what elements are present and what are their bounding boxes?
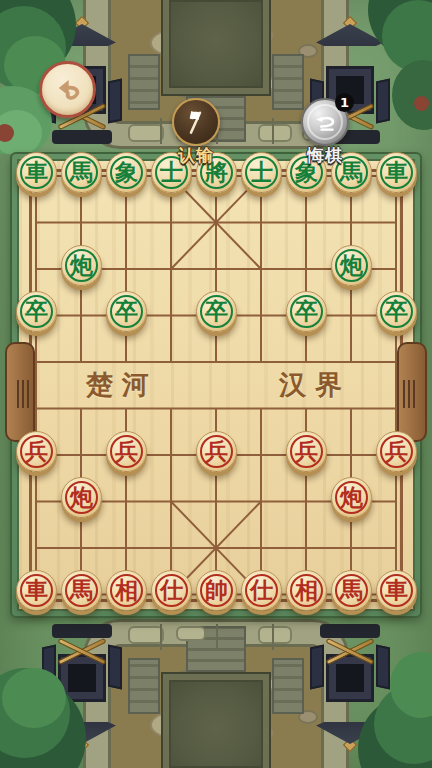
piece-glyph: 象 [115,161,138,184]
wall-seam [216,624,218,650]
piece-glyph: 車 [25,579,48,602]
green-piece-卒[interactable]: 卒 [16,291,57,332]
piece-glyph: 車 [25,161,48,184]
green-piece-卒[interactable]: 卒 [106,291,147,332]
piece-glyph: 士 [250,161,273,184]
red-piece-兵[interactable]: 兵 [196,431,237,472]
red-piece-兵[interactable]: 兵 [376,431,417,472]
green-piece-卒[interactable]: 卒 [196,291,237,332]
gate-door-panel [163,674,269,768]
green-piece-士[interactable]: 士 [241,152,282,193]
green-piece-卒[interactable]: 卒 [376,291,417,332]
red-piece-馬[interactable]: 馬 [61,570,102,611]
green-piece-車[interactable]: 車 [376,152,417,193]
bush [392,60,432,130]
bottom-scenery [0,614,432,768]
gate-side-step [128,54,160,110]
lantern-wing [310,645,324,690]
piece-glyph: 兵 [115,440,138,463]
gate-side-step [272,54,304,110]
red-piece-兵[interactable]: 兵 [286,431,327,472]
red-piece-馬[interactable]: 馬 [331,570,372,611]
red-piece-仕[interactable]: 仕 [151,570,192,611]
red-leaves [414,96,429,111]
stone-patch [258,626,292,644]
red-piece-炮[interactable]: 炮 [331,477,372,518]
piece-glyph: 相 [295,579,318,602]
game-screen: 认输 1 悔棋 [0,0,432,768]
piece-glyph: 仕 [160,579,183,602]
stone-patch [176,626,206,641]
gate-door-panel [163,0,269,94]
piece-glyph: 帥 [205,579,228,602]
green-piece-象[interactable]: 象 [106,152,147,193]
red-piece-仕[interactable]: 仕 [241,570,282,611]
piece-glyph: 卒 [205,300,228,323]
green-piece-炮[interactable]: 炮 [61,245,102,286]
piece-glyph: 卒 [295,300,318,323]
piece-glyph: 兵 [385,440,408,463]
green-piece-炮[interactable]: 炮 [331,245,372,286]
lantern-base [52,130,112,144]
lantern-wing [376,79,390,124]
red-piece-兵[interactable]: 兵 [16,431,57,472]
pieces-layer: 車馬象士將士象馬車炮炮卒卒卒卒卒兵兵兵兵兵炮炮車馬相仕帥仕相馬車 [14,153,419,618]
board-wood-surface[interactable]: 楚河 汉界 車馬象士將士象馬車炮炮卒卒卒卒卒兵兵兵兵兵炮炮車馬相仕帥仕相馬車 [17,159,415,611]
piece-glyph: 兵 [205,440,228,463]
lantern-base [52,624,112,638]
xiangqi-board[interactable]: 楚河 汉界 車馬象士將士象馬車炮炮卒卒卒卒卒兵兵兵兵兵炮炮車馬相仕帥仕相馬車 [10,152,422,618]
piece-glyph: 相 [115,579,138,602]
piece-glyph: 馬 [70,161,93,184]
red-piece-炮[interactable]: 炮 [61,477,102,518]
wall-seam [272,118,274,144]
tree [2,668,66,728]
piece-glyph: 馬 [340,579,363,602]
piece-glyph: 炮 [70,254,93,277]
undo-count-badge: 1 [335,93,354,112]
red-piece-車[interactable]: 車 [16,570,57,611]
wall-seam [272,624,274,650]
red-piece-相[interactable]: 相 [106,570,147,611]
stone-patch [128,124,164,142]
green-piece-馬[interactable]: 馬 [61,152,102,193]
gate-side-step [272,658,304,714]
lantern-wing [376,645,390,690]
piece-glyph: 卒 [385,300,408,323]
back-button[interactable] [39,61,96,118]
red-piece-帥[interactable]: 帥 [196,570,237,611]
stone-patch [258,124,292,142]
piece-glyph: 卒 [25,300,48,323]
piece-glyph: 炮 [70,486,93,509]
piece-glyph: 馬 [70,579,93,602]
red-piece-兵[interactable]: 兵 [106,431,147,472]
piece-glyph: 車 [385,579,408,602]
gate-side-step [128,658,160,714]
lantern-wing [108,79,122,124]
piece-glyph: 卒 [115,300,138,323]
piece-glyph: 炮 [340,486,363,509]
white-flag-icon [181,107,211,137]
piece-glyph: 兵 [295,440,318,463]
piece-glyph: 仕 [250,579,273,602]
lantern-panel [336,664,364,692]
piece-glyph: 兵 [25,440,48,463]
surrender-button[interactable] [172,98,220,146]
piece-glyph: 炮 [340,254,363,277]
red-piece-相[interactable]: 相 [286,570,327,611]
stone-patch [128,626,164,644]
red-piece-車[interactable]: 車 [376,570,417,611]
curved-back-arrow-icon [51,73,85,107]
lantern-base [320,624,380,638]
undo-label[interactable]: 悔棋 [290,144,360,167]
wall-seam [160,118,162,144]
wall-seam [160,624,162,650]
green-piece-卒[interactable]: 卒 [286,291,327,332]
piece-glyph: 車 [385,161,408,184]
surrender-label[interactable]: 认输 [161,144,231,167]
green-piece-車[interactable]: 車 [16,152,57,193]
lantern-wing [108,645,122,690]
lantern-panel [68,664,96,692]
